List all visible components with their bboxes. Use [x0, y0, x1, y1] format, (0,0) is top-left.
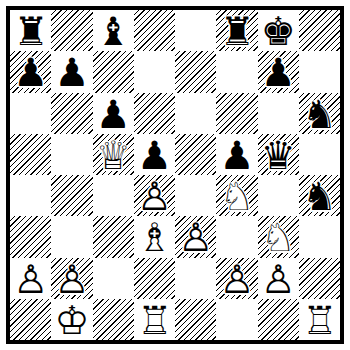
- white-rook: ♖: [134, 299, 175, 340]
- square-g5[interactable]: ♛: [258, 134, 299, 175]
- white-pawn: ♙: [258, 258, 299, 299]
- square-e8[interactable]: [175, 10, 216, 51]
- square-a3[interactable]: [10, 216, 51, 257]
- square-f7[interactable]: [216, 51, 257, 92]
- square-c7[interactable]: [93, 51, 134, 92]
- square-e2[interactable]: [175, 258, 216, 299]
- white-knight: ♘: [216, 175, 257, 216]
- square-f2[interactable]: ♟♙: [216, 258, 257, 299]
- black-rook: ♜: [216, 10, 257, 51]
- black-pawn: ♟: [134, 134, 175, 175]
- square-h8[interactable]: [299, 10, 340, 51]
- square-b4[interactable]: [51, 175, 92, 216]
- white-king: ♔: [51, 299, 92, 340]
- square-g8[interactable]: ♚: [258, 10, 299, 51]
- square-d1[interactable]: ♜♖: [134, 299, 175, 340]
- black-bishop: ♝: [93, 10, 134, 51]
- white-rook: ♖: [299, 299, 340, 340]
- black-knight: ♞: [299, 175, 340, 216]
- square-f8[interactable]: ♜: [216, 10, 257, 51]
- black-pawn: ♟: [10, 51, 51, 92]
- square-c1[interactable]: [93, 299, 134, 340]
- square-d7[interactable]: [134, 51, 175, 92]
- white-knight: ♘: [258, 216, 299, 257]
- chess-board: ♜♝♜♚♟♟♟♟♞♛♕♟♟♛♟♙♞♘♞♝♗♟♙♞♘♟♙♟♙♟♙♟♙♚♔♜♖♜♖: [6, 6, 344, 344]
- square-b6[interactable]: [51, 93, 92, 134]
- square-d6[interactable]: [134, 93, 175, 134]
- black-rook: ♜: [10, 10, 51, 51]
- square-g2[interactable]: ♟♙: [258, 258, 299, 299]
- square-a2[interactable]: ♟♙: [10, 258, 51, 299]
- square-f1[interactable]: [216, 299, 257, 340]
- square-c8[interactable]: ♝: [93, 10, 134, 51]
- square-e5[interactable]: [175, 134, 216, 175]
- square-g6[interactable]: [258, 93, 299, 134]
- square-f4[interactable]: ♞♘: [216, 175, 257, 216]
- square-b5[interactable]: [51, 134, 92, 175]
- square-c3[interactable]: [93, 216, 134, 257]
- square-c6[interactable]: ♟: [93, 93, 134, 134]
- chess-diagram: ♜♝♜♚♟♟♟♟♞♛♕♟♟♛♟♙♞♘♞♝♗♟♙♞♘♟♙♟♙♟♙♟♙♚♔♜♖♜♖: [0, 0, 350, 350]
- black-knight: ♞: [299, 93, 340, 134]
- square-a1[interactable]: [10, 299, 51, 340]
- square-a8[interactable]: ♜: [10, 10, 51, 51]
- square-d4[interactable]: ♟♙: [134, 175, 175, 216]
- black-pawn: ♟: [93, 93, 134, 134]
- square-g1[interactable]: [258, 299, 299, 340]
- square-b1[interactable]: ♚♔: [51, 299, 92, 340]
- square-h4[interactable]: ♞: [299, 175, 340, 216]
- square-e1[interactable]: [175, 299, 216, 340]
- square-h5[interactable]: [299, 134, 340, 175]
- black-king: ♚: [258, 10, 299, 51]
- square-h2[interactable]: [299, 258, 340, 299]
- square-g7[interactable]: ♟: [258, 51, 299, 92]
- square-b7[interactable]: ♟: [51, 51, 92, 92]
- square-d8[interactable]: [134, 10, 175, 51]
- square-d3[interactable]: ♝♗: [134, 216, 175, 257]
- black-pawn: ♟: [51, 51, 92, 92]
- square-b2[interactable]: ♟♙: [51, 258, 92, 299]
- black-queen: ♛: [258, 134, 299, 175]
- square-g4[interactable]: [258, 175, 299, 216]
- square-c4[interactable]: [93, 175, 134, 216]
- black-pawn: ♟: [258, 51, 299, 92]
- square-e3[interactable]: ♟♙: [175, 216, 216, 257]
- white-pawn: ♙: [175, 216, 216, 257]
- square-e6[interactable]: [175, 93, 216, 134]
- square-h1[interactable]: ♜♖: [299, 299, 340, 340]
- square-g3[interactable]: ♞♘: [258, 216, 299, 257]
- square-f5[interactable]: ♟: [216, 134, 257, 175]
- white-pawn: ♙: [10, 258, 51, 299]
- square-h3[interactable]: [299, 216, 340, 257]
- square-f6[interactable]: [216, 93, 257, 134]
- square-a4[interactable]: [10, 175, 51, 216]
- square-a5[interactable]: [10, 134, 51, 175]
- square-b3[interactable]: [51, 216, 92, 257]
- square-h6[interactable]: ♞: [299, 93, 340, 134]
- white-queen: ♕: [93, 134, 134, 175]
- square-c2[interactable]: [93, 258, 134, 299]
- white-pawn: ♙: [51, 258, 92, 299]
- square-c5[interactable]: ♛♕: [93, 134, 134, 175]
- square-a7[interactable]: ♟: [10, 51, 51, 92]
- square-h7[interactable]: [299, 51, 340, 92]
- black-pawn: ♟: [216, 134, 257, 175]
- square-e4[interactable]: [175, 175, 216, 216]
- square-d2[interactable]: [134, 258, 175, 299]
- square-e7[interactable]: [175, 51, 216, 92]
- square-f3[interactable]: [216, 216, 257, 257]
- square-a6[interactable]: [10, 93, 51, 134]
- square-d5[interactable]: ♟: [134, 134, 175, 175]
- white-pawn: ♙: [134, 175, 175, 216]
- square-b8[interactable]: [51, 10, 92, 51]
- white-pawn: ♙: [216, 258, 257, 299]
- white-bishop: ♗: [134, 216, 175, 257]
